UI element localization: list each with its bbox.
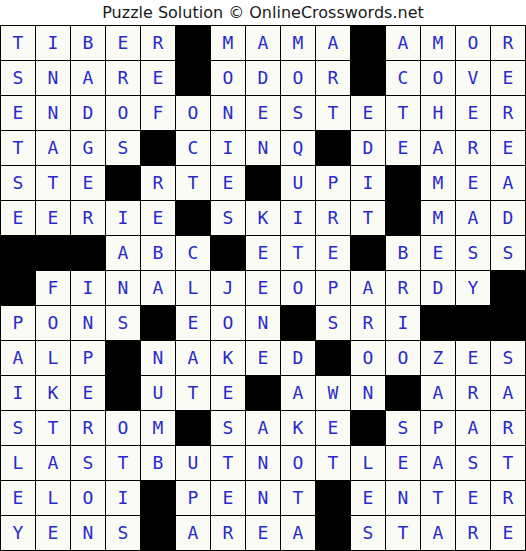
block-cell	[141, 516, 175, 550]
letter-cell: L	[176, 271, 210, 305]
block-cell	[176, 61, 210, 95]
block-cell	[141, 306, 175, 340]
letter-cell: V	[456, 61, 490, 95]
letter-cell: M	[421, 201, 455, 235]
letter-cell: D	[71, 96, 105, 130]
letter-cell: T	[386, 96, 420, 130]
letter-cell: K	[211, 341, 245, 375]
letter-cell: S	[1, 411, 35, 445]
letter-cell: A	[106, 236, 140, 270]
block-cell	[281, 306, 315, 340]
letter-cell: E	[1, 481, 35, 515]
block-cell	[71, 236, 105, 270]
letter-cell: D	[281, 341, 315, 375]
block-cell	[106, 341, 140, 375]
letter-cell: T	[1, 131, 35, 165]
letter-cell: O	[351, 341, 385, 375]
letter-cell: A	[281, 516, 315, 550]
letter-cell: R	[316, 61, 350, 95]
letter-cell: T	[176, 376, 210, 410]
letter-cell: L	[1, 446, 35, 480]
letter-cell: N	[246, 446, 280, 480]
letter-cell: T	[1, 26, 35, 60]
letter-cell: R	[456, 376, 490, 410]
letter-cell: Y	[1, 516, 35, 550]
block-cell	[246, 376, 280, 410]
letter-cell: D	[421, 271, 455, 305]
letter-cell: S	[351, 516, 385, 550]
letter-cell: P	[316, 271, 350, 305]
letter-cell: A	[246, 411, 280, 445]
letter-cell: A	[386, 26, 420, 60]
letter-cell: O	[281, 271, 315, 305]
letter-cell: E	[386, 131, 420, 165]
letter-cell: A	[316, 26, 350, 60]
letter-cell: E	[211, 481, 245, 515]
letter-cell: Z	[421, 341, 455, 375]
letter-cell: A	[421, 516, 455, 550]
letter-cell: R	[491, 96, 525, 130]
letter-cell: R	[456, 131, 490, 165]
letter-cell: A	[246, 26, 280, 60]
block-cell	[246, 166, 280, 200]
letter-cell: S	[386, 411, 420, 445]
letter-cell: E	[456, 96, 490, 130]
letter-cell: T	[211, 446, 245, 480]
letter-cell: P	[71, 341, 105, 375]
letter-cell: S	[456, 446, 490, 480]
letter-cell: R	[491, 411, 525, 445]
letter-cell: R	[316, 201, 350, 235]
letter-cell: E	[211, 166, 245, 200]
letter-cell: Q	[281, 131, 315, 165]
block-cell	[491, 306, 525, 340]
letter-cell: A	[351, 271, 385, 305]
block-cell	[106, 166, 140, 200]
letter-cell: N	[246, 481, 280, 515]
letter-cell: C	[386, 61, 420, 95]
letter-cell: N	[386, 481, 420, 515]
letter-cell: S	[211, 201, 245, 235]
letter-cell: T	[421, 481, 455, 515]
letter-cell: D	[246, 61, 280, 95]
letter-cell: E	[491, 131, 525, 165]
letter-cell: C	[176, 236, 210, 270]
letter-cell: S	[456, 236, 490, 270]
letter-cell: P	[1, 306, 35, 340]
block-cell	[351, 61, 385, 95]
letter-cell: Y	[456, 271, 490, 305]
block-cell	[351, 26, 385, 60]
letter-cell: M	[421, 166, 455, 200]
letter-cell: S	[106, 306, 140, 340]
letter-cell: A	[421, 376, 455, 410]
letter-cell: A	[141, 271, 175, 305]
letter-cell: O	[456, 26, 490, 60]
letter-cell: O	[211, 306, 245, 340]
letter-cell: O	[281, 446, 315, 480]
letter-cell: T	[386, 516, 420, 550]
block-cell	[176, 201, 210, 235]
letter-cell: A	[456, 201, 490, 235]
letter-cell: A	[176, 341, 210, 375]
letter-cell: E	[351, 481, 385, 515]
crossword-board: TIBERMAMAAMORSNAREODORCOVEENDOFONESTETHE…	[0, 25, 526, 551]
block-cell	[386, 201, 420, 235]
letter-cell: T	[36, 411, 70, 445]
letter-cell: E	[491, 61, 525, 95]
letter-cell: I	[351, 166, 385, 200]
letter-cell: E	[1, 96, 35, 130]
letter-cell: E	[71, 376, 105, 410]
letter-cell: E	[351, 96, 385, 130]
letter-cell: P	[176, 481, 210, 515]
letter-cell: R	[106, 61, 140, 95]
letter-cell: A	[421, 131, 455, 165]
letter-cell: N	[351, 376, 385, 410]
letter-cell: A	[36, 446, 70, 480]
letter-cell: E	[141, 201, 175, 235]
letter-cell: U	[281, 166, 315, 200]
letter-cell: E	[246, 516, 280, 550]
letter-cell: S	[316, 306, 350, 340]
letter-cell: U	[176, 446, 210, 480]
letter-cell: S	[1, 166, 35, 200]
letter-cell: N	[36, 61, 70, 95]
letter-cell: R	[141, 166, 175, 200]
letter-cell: I	[281, 201, 315, 235]
letter-cell: T	[351, 201, 385, 235]
letter-cell: E	[246, 236, 280, 270]
letter-cell: O	[176, 96, 210, 130]
letter-cell: E	[491, 516, 525, 550]
letter-cell: N	[71, 306, 105, 340]
block-cell	[316, 131, 350, 165]
letter-cell: S	[281, 96, 315, 130]
letter-cell: A	[36, 131, 70, 165]
letter-cell: E	[106, 26, 140, 60]
letter-cell: N	[71, 516, 105, 550]
letter-cell: E	[246, 271, 280, 305]
letter-cell: A	[176, 516, 210, 550]
block-cell	[351, 236, 385, 270]
letter-cell: T	[491, 446, 525, 480]
letter-cell: T	[281, 481, 315, 515]
block-cell	[421, 306, 455, 340]
letter-cell: L	[36, 341, 70, 375]
letter-cell: S	[491, 236, 525, 270]
letter-cell: D	[351, 131, 385, 165]
letter-cell: E	[1, 201, 35, 235]
letter-cell: R	[386, 271, 420, 305]
letter-cell: M	[141, 411, 175, 445]
letter-cell: E	[36, 201, 70, 235]
letter-cell: G	[71, 131, 105, 165]
letter-cell: R	[71, 411, 105, 445]
letter-cell: M	[211, 26, 245, 60]
page-title: Puzzle Solution © OnlineCrosswords.net	[0, 0, 526, 25]
block-cell	[1, 271, 35, 305]
letter-cell: T	[316, 96, 350, 130]
letter-cell: B	[141, 236, 175, 270]
letter-cell: B	[386, 236, 420, 270]
letter-cell: U	[141, 376, 175, 410]
letter-cell: P	[316, 166, 350, 200]
letter-cell: J	[211, 271, 245, 305]
block-cell	[386, 376, 420, 410]
letter-cell: O	[386, 341, 420, 375]
letter-cell: I	[1, 376, 35, 410]
puzzle-solution-page: Puzzle Solution © OnlineCrosswords.net T…	[0, 0, 526, 551]
block-cell	[106, 376, 140, 410]
block-cell	[316, 481, 350, 515]
letter-cell: R	[456, 516, 490, 550]
letter-cell: O	[106, 411, 140, 445]
letter-cell: B	[141, 446, 175, 480]
block-cell	[211, 236, 245, 270]
letter-cell: E	[36, 516, 70, 550]
letter-cell: I	[106, 481, 140, 515]
letter-cell: C	[176, 131, 210, 165]
letter-cell: N	[36, 96, 70, 130]
letter-cell: R	[71, 201, 105, 235]
block-cell	[491, 271, 525, 305]
block-cell	[141, 481, 175, 515]
letter-cell: N	[106, 271, 140, 305]
letter-cell: R	[491, 481, 525, 515]
letter-cell: R	[491, 26, 525, 60]
block-cell	[1, 236, 35, 270]
letter-cell: O	[36, 306, 70, 340]
letter-cell: O	[281, 61, 315, 95]
letter-cell: I	[36, 26, 70, 60]
letter-cell: R	[211, 516, 245, 550]
letter-cell: D	[491, 201, 525, 235]
letter-cell: E	[246, 341, 280, 375]
letter-cell: W	[316, 376, 350, 410]
letter-cell: A	[421, 446, 455, 480]
letter-cell: A	[456, 411, 490, 445]
letter-cell: M	[281, 26, 315, 60]
letter-cell: O	[71, 481, 105, 515]
letter-cell: E	[456, 341, 490, 375]
letter-cell: R	[351, 306, 385, 340]
letter-cell: E	[316, 236, 350, 270]
letter-cell: E	[246, 96, 280, 130]
letter-cell: S	[71, 446, 105, 480]
letter-cell: I	[386, 306, 420, 340]
letter-cell: O	[421, 61, 455, 95]
letter-cell: E	[211, 376, 245, 410]
letter-cell: P	[421, 411, 455, 445]
letter-cell: I	[71, 271, 105, 305]
letter-cell: N	[141, 341, 175, 375]
block-cell	[316, 341, 350, 375]
letter-cell: L	[351, 446, 385, 480]
letter-cell: T	[176, 166, 210, 200]
letter-cell: F	[141, 96, 175, 130]
letter-cell: I	[211, 131, 245, 165]
letter-cell: T	[316, 446, 350, 480]
block-cell	[316, 516, 350, 550]
letter-cell: N	[211, 96, 245, 130]
block-cell	[36, 236, 70, 270]
letter-cell: I	[106, 201, 140, 235]
letter-cell: A	[491, 376, 525, 410]
letter-cell: F	[36, 271, 70, 305]
letter-cell: S	[106, 516, 140, 550]
letter-cell: H	[421, 96, 455, 130]
block-cell	[141, 131, 175, 165]
letter-cell: N	[246, 306, 280, 340]
letter-cell: E	[421, 236, 455, 270]
letter-cell: R	[141, 26, 175, 60]
letter-cell: T	[281, 236, 315, 270]
letter-cell: L	[36, 481, 70, 515]
letter-cell: T	[106, 446, 140, 480]
letter-cell: B	[71, 26, 105, 60]
block-cell	[176, 411, 210, 445]
letter-cell: E	[141, 61, 175, 95]
letter-cell: N	[246, 131, 280, 165]
block-cell	[456, 306, 490, 340]
letter-cell: O	[211, 61, 245, 95]
letter-cell: S	[211, 411, 245, 445]
letter-cell: A	[1, 341, 35, 375]
letter-cell: E	[456, 481, 490, 515]
letter-cell: E	[176, 306, 210, 340]
letter-cell: K	[281, 411, 315, 445]
letter-cell: E	[386, 446, 420, 480]
letter-cell: E	[456, 166, 490, 200]
letter-cell: K	[246, 201, 280, 235]
letter-cell: A	[71, 61, 105, 95]
letter-cell: S	[106, 131, 140, 165]
block-cell	[386, 166, 420, 200]
letter-cell: M	[421, 26, 455, 60]
letter-cell: A	[491, 166, 525, 200]
letter-cell: E	[71, 166, 105, 200]
letter-cell: T	[36, 166, 70, 200]
letter-cell: E	[316, 411, 350, 445]
letter-cell: O	[106, 96, 140, 130]
letter-cell: S	[1, 61, 35, 95]
letter-cell: K	[36, 376, 70, 410]
block-cell	[351, 411, 385, 445]
letter-cell: A	[281, 376, 315, 410]
letter-cell: S	[491, 341, 525, 375]
block-cell	[176, 26, 210, 60]
